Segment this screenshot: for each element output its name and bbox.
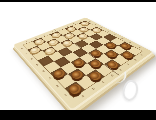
coordinate-label: a (80, 94, 85, 98)
coordinate-label: b (34, 37, 37, 39)
coordinate-label: 1 (63, 93, 68, 97)
coordinate-label: 6 (100, 27, 103, 29)
coordinate-label: f (66, 26, 68, 27)
coordinate-label: b (91, 87, 96, 91)
letterbox-bar-bottom (0, 110, 156, 120)
coordinate-label: g (72, 23, 75, 24)
coordinate-label: 7 (25, 52, 28, 54)
coordinate-label: 8 (88, 21, 91, 22)
coordinate-label: e (59, 28, 62, 30)
coordinate-label: 5 (35, 63, 39, 66)
coordinate-label: g (133, 58, 137, 61)
coordinate-label: d (51, 31, 54, 33)
coordinate-label: 6 (30, 58, 34, 61)
coordinate-label: f (126, 63, 130, 65)
coordinate-label: c (101, 80, 105, 83)
coordinate-label: c (43, 34, 46, 36)
price-tag-loop (120, 78, 140, 102)
coordinate-label: 4 (113, 34, 116, 36)
letterbox-bar-top (0, 0, 156, 2)
coordinate-label: a (25, 41, 28, 43)
coordinate-label: 7 (94, 24, 97, 25)
coordinate-label: 1 (137, 46, 141, 48)
coordinate-label: h (140, 54, 144, 56)
coordinate-label: 3 (48, 77, 52, 80)
coordinate-label: 3 (121, 38, 125, 40)
coordinate-label: 5 (107, 30, 110, 32)
coordinate-label: 4 (41, 70, 45, 73)
coordinate-label: h (79, 21, 82, 22)
photo-stage: abcdefgh abcdefgh 87654321 87654321 (0, 0, 156, 120)
coordinate-label: 8 (20, 47, 23, 49)
coordinate-label: 2 (129, 42, 133, 44)
coordinate-label: 2 (55, 84, 60, 88)
